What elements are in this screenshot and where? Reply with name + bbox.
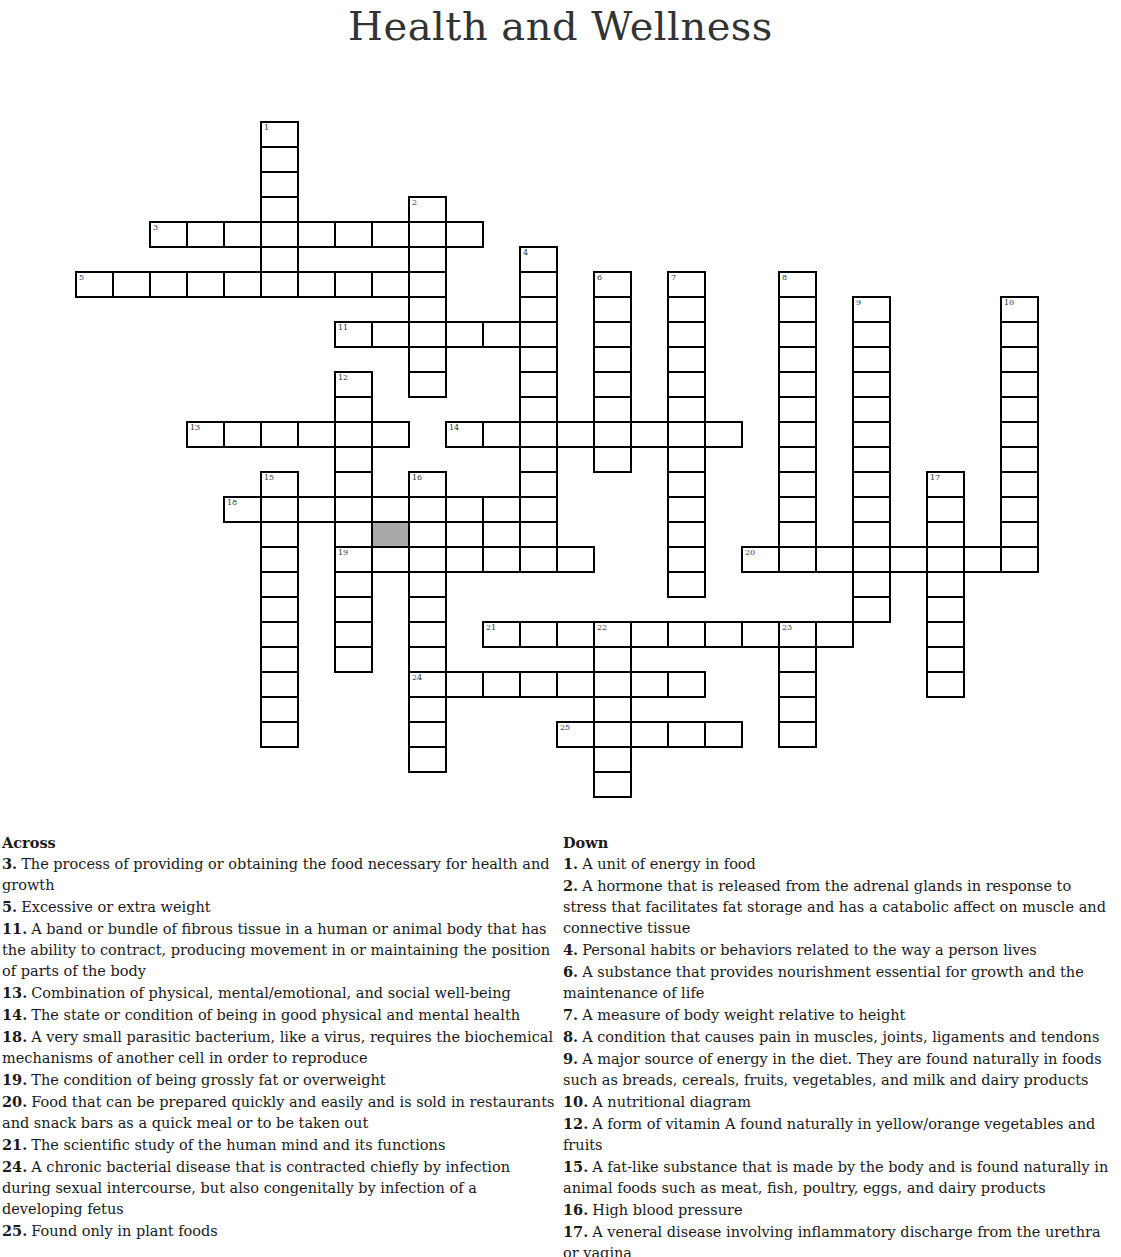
clue-text: A very small parasitic bacterium, like a… bbox=[2, 1029, 553, 1066]
grid-cell[interactable] bbox=[593, 321, 632, 348]
grid-cell[interactable] bbox=[963, 546, 1002, 573]
grid-cell[interactable] bbox=[334, 396, 373, 423]
shaded-cell[interactable] bbox=[371, 521, 410, 548]
grid-cell[interactable] bbox=[371, 421, 410, 448]
grid-cell[interactable] bbox=[408, 571, 447, 598]
clue-number: 3. bbox=[2, 855, 17, 872]
grid-cell[interactable] bbox=[778, 496, 817, 523]
grid-cell[interactable] bbox=[593, 696, 632, 723]
grid-cell[interactable] bbox=[1000, 471, 1039, 498]
grid-cell[interactable] bbox=[593, 371, 632, 398]
grid-cell[interactable] bbox=[408, 321, 447, 348]
grid-cell[interactable] bbox=[556, 546, 595, 573]
across-clues: Across 3.The process of providing or obt… bbox=[2, 832, 560, 1242]
clue-text: The scientific study of the human mind a… bbox=[31, 1137, 445, 1153]
grid-cell[interactable] bbox=[1000, 321, 1039, 348]
grid-cell[interactable]: 1 bbox=[260, 121, 299, 148]
crossword-page: Health and Wellness 12345678910111213141… bbox=[0, 0, 1121, 1257]
clue-number-label: 8 bbox=[782, 273, 787, 282]
grid-cell[interactable] bbox=[482, 421, 521, 448]
grid-cell[interactable] bbox=[482, 546, 521, 573]
grid-cell[interactable] bbox=[408, 346, 447, 373]
grid-cell[interactable] bbox=[630, 421, 669, 448]
grid-cell[interactable] bbox=[445, 321, 484, 348]
grid-cell[interactable] bbox=[926, 621, 965, 648]
grid-cell[interactable] bbox=[408, 596, 447, 623]
grid-cell[interactable] bbox=[519, 446, 558, 473]
clue-number-label: 4 bbox=[523, 248, 528, 257]
grid-cell[interactable] bbox=[519, 346, 558, 373]
grid-cell[interactable] bbox=[519, 296, 558, 323]
clue-text: A band or bundle of fibrous tissue in a … bbox=[2, 921, 550, 979]
grid-cell[interactable] bbox=[852, 446, 891, 473]
grid-cell[interactable]: 25 bbox=[556, 721, 595, 748]
grid-cell[interactable] bbox=[1000, 371, 1039, 398]
grid-cell[interactable] bbox=[667, 571, 706, 598]
grid-cell[interactable] bbox=[334, 271, 373, 298]
clue-across-25: 25.Found only in plant foods bbox=[2, 1220, 560, 1242]
grid-cell[interactable] bbox=[926, 596, 965, 623]
clue-across-3: 3.The process of providing or obtaining … bbox=[2, 853, 560, 896]
grid-cell[interactable]: 9 bbox=[852, 296, 891, 323]
grid-cell[interactable] bbox=[741, 621, 780, 648]
grid-cell[interactable] bbox=[667, 346, 706, 373]
grid-cell[interactable] bbox=[334, 446, 373, 473]
clue-number-label: 23 bbox=[782, 623, 792, 632]
clue-down-17: 17.A veneral disease involving inflammat… bbox=[563, 1221, 1119, 1257]
grid-cell[interactable] bbox=[445, 221, 484, 248]
grid-cell[interactable] bbox=[519, 521, 558, 548]
grid-cell[interactable] bbox=[593, 396, 632, 423]
grid-cell[interactable] bbox=[593, 746, 632, 773]
grid-cell[interactable] bbox=[704, 721, 743, 748]
grid-cell[interactable] bbox=[667, 671, 706, 698]
grid-cell[interactable] bbox=[630, 721, 669, 748]
clue-across-5: 5.Excessive or extra weight bbox=[2, 896, 560, 918]
clue-number: 7. bbox=[563, 1006, 578, 1023]
clue-number: 13. bbox=[2, 984, 27, 1001]
clue-down-2: 2.A hormone that is released from the ad… bbox=[563, 875, 1119, 939]
grid-cell[interactable] bbox=[519, 671, 558, 698]
grid-cell[interactable]: 6 bbox=[593, 271, 632, 298]
clue-down-1: 1.A unit of energy in food bbox=[563, 853, 1119, 875]
grid-cell[interactable] bbox=[667, 471, 706, 498]
clue-number: 14. bbox=[2, 1006, 27, 1023]
puzzle-title: Health and Wellness bbox=[0, 0, 1121, 49]
grid-cell[interactable] bbox=[556, 621, 595, 648]
grid-cell[interactable] bbox=[260, 621, 299, 648]
grid-cell[interactable] bbox=[223, 271, 262, 298]
clue-number: 8. bbox=[563, 1028, 578, 1045]
clue-number-label: 1 bbox=[264, 123, 269, 132]
grid-cell[interactable] bbox=[852, 371, 891, 398]
grid-cell[interactable] bbox=[408, 296, 447, 323]
crossword-grid: 1234567891011121314151617181920212223242… bbox=[75, 121, 1041, 800]
grid-cell[interactable] bbox=[852, 496, 891, 523]
grid-cell[interactable] bbox=[482, 321, 521, 348]
clue-number-label: 9 bbox=[856, 298, 861, 307]
grid-cell[interactable] bbox=[852, 346, 891, 373]
grid-cell[interactable] bbox=[593, 771, 632, 798]
grid-cell[interactable] bbox=[519, 546, 558, 573]
grid-cell[interactable]: 13 bbox=[186, 421, 225, 448]
grid-cell[interactable] bbox=[667, 296, 706, 323]
clue-number-label: 21 bbox=[486, 623, 496, 632]
clue-number-label: 3 bbox=[153, 223, 158, 232]
grid-cell[interactable] bbox=[852, 521, 891, 548]
grid-cell[interactable] bbox=[519, 271, 558, 298]
clue-number-label: 22 bbox=[597, 623, 607, 632]
grid-cell[interactable] bbox=[260, 496, 299, 523]
clue-text: A nutritional diagram bbox=[592, 1094, 751, 1110]
grid-cell[interactable] bbox=[297, 496, 336, 523]
clue-down-8: 8.A condition that causes pain in muscle… bbox=[563, 1026, 1119, 1048]
grid-cell[interactable] bbox=[630, 671, 669, 698]
grid-cell[interactable] bbox=[371, 496, 410, 523]
clue-text: The process of providing or obtaining th… bbox=[2, 856, 550, 893]
grid-cell[interactable] bbox=[593, 346, 632, 373]
grid-cell[interactable] bbox=[852, 546, 891, 573]
grid-cell[interactable] bbox=[371, 271, 410, 298]
grid-cell[interactable] bbox=[778, 396, 817, 423]
grid-cell[interactable]: 21 bbox=[482, 621, 521, 648]
clue-number-label: 24 bbox=[412, 673, 422, 682]
clue-number-label: 19 bbox=[338, 548, 348, 557]
clue-across-21: 21.The scientific study of the human min… bbox=[2, 1134, 560, 1156]
clue-number-label: 7 bbox=[671, 273, 676, 282]
grid-cell[interactable] bbox=[852, 596, 891, 623]
grid-cell[interactable] bbox=[1000, 346, 1039, 373]
grid-cell[interactable] bbox=[260, 546, 299, 573]
clue-number: 6. bbox=[563, 963, 578, 980]
clue-down-16: 16.High blood pressure bbox=[563, 1199, 1119, 1221]
grid-cell[interactable] bbox=[260, 596, 299, 623]
grid-cell[interactable] bbox=[408, 521, 447, 548]
clue-text: A major source of energy in the diet. Th… bbox=[563, 1051, 1102, 1088]
grid-cell[interactable] bbox=[667, 521, 706, 548]
grid-cell[interactable] bbox=[667, 396, 706, 423]
clue-text: A form of vitamin A found naturally in y… bbox=[563, 1116, 1095, 1153]
grid-cell[interactable] bbox=[297, 421, 336, 448]
clue-number-label: 18 bbox=[227, 498, 237, 507]
grid-cell[interactable]: 22 bbox=[593, 621, 632, 648]
clue-across-14: 14.The state or condition of being in go… bbox=[2, 1004, 560, 1026]
grid-cell[interactable] bbox=[334, 571, 373, 598]
grid-cell[interactable] bbox=[482, 496, 521, 523]
grid-cell[interactable] bbox=[852, 396, 891, 423]
grid-cell[interactable]: 24 bbox=[408, 671, 447, 698]
clue-number-label: 11 bbox=[338, 323, 348, 332]
clue-text: The condition of being grossly fat or ov… bbox=[31, 1072, 385, 1088]
grid-cell[interactable] bbox=[482, 521, 521, 548]
clue-number: 11. bbox=[2, 920, 27, 937]
grid-cell[interactable]: 16 bbox=[408, 471, 447, 498]
grid-cell[interactable] bbox=[260, 171, 299, 198]
grid-cell[interactable] bbox=[149, 271, 188, 298]
grid-cell[interactable] bbox=[926, 571, 965, 598]
clue-text: A unit of energy in food bbox=[582, 856, 756, 872]
grid-cell[interactable] bbox=[778, 321, 817, 348]
grid-cell[interactable] bbox=[852, 471, 891, 498]
grid-cell[interactable] bbox=[334, 496, 373, 523]
grid-cell[interactable] bbox=[556, 671, 595, 698]
grid-cell[interactable] bbox=[1000, 521, 1039, 548]
clue-across-24: 24.A chronic bacterial disease that is c… bbox=[2, 1156, 560, 1220]
grid-cell[interactable] bbox=[334, 521, 373, 548]
clue-text: Found only in plant foods bbox=[31, 1223, 218, 1239]
grid-cell[interactable] bbox=[260, 146, 299, 173]
grid-cell[interactable] bbox=[778, 721, 817, 748]
grid-cell[interactable] bbox=[667, 421, 706, 448]
grid-cell[interactable]: 3 bbox=[149, 221, 188, 248]
clue-number-label: 25 bbox=[560, 723, 570, 732]
grid-cell[interactable] bbox=[408, 696, 447, 723]
clue-number-label: 17 bbox=[930, 473, 940, 482]
grid-cell[interactable] bbox=[778, 471, 817, 498]
grid-cell[interactable] bbox=[852, 321, 891, 348]
grid-cell[interactable] bbox=[519, 496, 558, 523]
grid-cell[interactable] bbox=[667, 546, 706, 573]
clue-across-13: 13.Combination of physical, mental/emoti… bbox=[2, 982, 560, 1004]
down-clues: Down 1.A unit of energy in food 2.A horm… bbox=[563, 832, 1119, 1257]
grid-cell[interactable] bbox=[778, 521, 817, 548]
grid-cell[interactable] bbox=[593, 446, 632, 473]
grid-cell[interactable] bbox=[1000, 421, 1039, 448]
clue-number: 5. bbox=[2, 898, 17, 915]
grid-cell[interactable] bbox=[889, 546, 928, 573]
grid-cell[interactable] bbox=[260, 571, 299, 598]
clue-text: A chronic bacterial disease that is cont… bbox=[2, 1159, 510, 1217]
grid-cell[interactable] bbox=[260, 271, 299, 298]
grid-cell[interactable] bbox=[593, 421, 632, 448]
grid-cell[interactable] bbox=[260, 221, 299, 248]
grid-cell[interactable] bbox=[408, 371, 447, 398]
grid-cell[interactable]: 8 bbox=[778, 271, 817, 298]
down-header: Down bbox=[563, 832, 1119, 853]
grid-cell[interactable] bbox=[334, 596, 373, 623]
clue-down-10: 10.A nutritional diagram bbox=[563, 1091, 1119, 1113]
clue-number-label: 12 bbox=[338, 373, 348, 382]
grid-cell[interactable] bbox=[334, 646, 373, 673]
grid-cell[interactable]: 12 bbox=[334, 371, 373, 398]
grid-cell[interactable] bbox=[408, 721, 447, 748]
grid-cell[interactable] bbox=[408, 221, 447, 248]
grid-cell[interactable] bbox=[778, 696, 817, 723]
grid-cell[interactable]: 17 bbox=[926, 471, 965, 498]
grid-cell[interactable] bbox=[445, 546, 484, 573]
grid-cell[interactable] bbox=[556, 421, 595, 448]
clue-number: 10. bbox=[563, 1093, 588, 1110]
grid-cell[interactable] bbox=[186, 271, 225, 298]
grid-cell[interactable] bbox=[630, 621, 669, 648]
grid-cell[interactable] bbox=[815, 621, 854, 648]
grid-cell[interactable] bbox=[408, 496, 447, 523]
grid-cell[interactable] bbox=[519, 471, 558, 498]
clue-number: 21. bbox=[2, 1136, 27, 1153]
clue-number-label: 13 bbox=[190, 423, 200, 432]
grid-cell[interactable] bbox=[519, 421, 558, 448]
clue-number: 16. bbox=[563, 1201, 588, 1218]
clue-number: 1. bbox=[563, 855, 578, 872]
clue-number: 2. bbox=[563, 877, 578, 894]
grid-cell[interactable] bbox=[667, 371, 706, 398]
grid-cell[interactable] bbox=[519, 621, 558, 648]
grid-cell[interactable]: 19 bbox=[334, 546, 373, 573]
clue-text: Personal habits or behaviors related to … bbox=[582, 942, 1037, 958]
clue-down-15: 15.A fat-like substance that is made by … bbox=[563, 1156, 1119, 1199]
grid-cell[interactable] bbox=[667, 621, 706, 648]
clue-number: 15. bbox=[563, 1158, 588, 1175]
grid-cell[interactable] bbox=[1000, 396, 1039, 423]
grid-cell[interactable] bbox=[593, 646, 632, 673]
clue-number-label: 20 bbox=[745, 548, 755, 557]
grid-cell[interactable] bbox=[519, 321, 558, 348]
clue-number: 18. bbox=[2, 1028, 27, 1045]
grid-cell[interactable] bbox=[371, 546, 410, 573]
grid-cell[interactable] bbox=[334, 421, 373, 448]
grid-cell[interactable]: 14 bbox=[445, 421, 484, 448]
grid-cell[interactable] bbox=[371, 321, 410, 348]
clue-across-11: 11.A band or bundle of fibrous tissue in… bbox=[2, 918, 560, 982]
grid-cell[interactable] bbox=[667, 496, 706, 523]
grid-cell[interactable] bbox=[223, 221, 262, 248]
clue-text: High blood pressure bbox=[592, 1202, 742, 1218]
grid-cell[interactable] bbox=[593, 671, 632, 698]
clue-across-19: 19.The condition of being grossly fat or… bbox=[2, 1069, 560, 1091]
clue-across-18: 18.A very small parasitic bacterium, lik… bbox=[2, 1026, 560, 1069]
grid-cell[interactable] bbox=[445, 671, 484, 698]
grid-cell[interactable] bbox=[667, 446, 706, 473]
grid-cell[interactable] bbox=[852, 421, 891, 448]
grid-cell[interactable] bbox=[667, 721, 706, 748]
grid-cell[interactable] bbox=[371, 221, 410, 248]
grid-cell[interactable] bbox=[334, 621, 373, 648]
grid-cell[interactable] bbox=[260, 696, 299, 723]
grid-cell[interactable] bbox=[260, 421, 299, 448]
grid-cell[interactable]: 10 bbox=[1000, 296, 1039, 323]
grid-cell[interactable]: 5 bbox=[75, 271, 114, 298]
grid-cell[interactable] bbox=[1000, 546, 1039, 573]
grid-cell[interactable] bbox=[186, 221, 225, 248]
clue-number: 20. bbox=[2, 1093, 27, 1110]
grid-cell[interactable] bbox=[926, 671, 965, 698]
grid-cell[interactable] bbox=[778, 671, 817, 698]
grid-cell[interactable]: 4 bbox=[519, 246, 558, 273]
grid-cell[interactable] bbox=[519, 396, 558, 423]
grid-cell[interactable] bbox=[519, 371, 558, 398]
grid-cell[interactable] bbox=[852, 571, 891, 598]
clue-text: Combination of physical, mental/emotiona… bbox=[31, 985, 511, 1001]
clue-text: A fat-like substance that is made by the… bbox=[563, 1159, 1108, 1196]
grid-cell[interactable] bbox=[408, 646, 447, 673]
grid-cell[interactable]: 23 bbox=[778, 621, 817, 648]
grid-cell[interactable] bbox=[667, 321, 706, 348]
grid-cell[interactable] bbox=[408, 621, 447, 648]
grid-cell[interactable] bbox=[260, 671, 299, 698]
clue-number: 25. bbox=[2, 1222, 27, 1239]
grid-cell[interactable] bbox=[926, 521, 965, 548]
grid-cell[interactable] bbox=[260, 196, 299, 223]
clue-number: 19. bbox=[2, 1071, 27, 1088]
grid-cell[interactable] bbox=[593, 296, 632, 323]
grid-cell[interactable] bbox=[223, 421, 262, 448]
grid-cell[interactable] bbox=[408, 271, 447, 298]
grid-cell[interactable] bbox=[1000, 446, 1039, 473]
clue-number-label: 14 bbox=[449, 423, 459, 432]
grid-cell[interactable] bbox=[408, 546, 447, 573]
grid-cell[interactable] bbox=[926, 496, 965, 523]
across-header: Across bbox=[2, 832, 560, 853]
clue-number: 24. bbox=[2, 1158, 27, 1175]
clue-text: A hormone that is released from the adre… bbox=[563, 878, 1106, 936]
grid-cell[interactable] bbox=[778, 296, 817, 323]
grid-cell[interactable] bbox=[926, 546, 965, 573]
clue-down-4: 4.Personal habits or behaviors related t… bbox=[563, 939, 1119, 961]
grid-cell[interactable] bbox=[334, 471, 373, 498]
grid-cell[interactable]: 2 bbox=[408, 196, 447, 223]
clue-number-label: 5 bbox=[79, 273, 84, 282]
grid-cell[interactable] bbox=[445, 496, 484, 523]
grid-cell[interactable] bbox=[1000, 496, 1039, 523]
grid-cell[interactable] bbox=[778, 346, 817, 373]
clue-down-12: 12.A form of vitamin A found naturally i… bbox=[563, 1113, 1119, 1156]
clue-down-9: 9.A major source of energy in the diet. … bbox=[563, 1048, 1119, 1091]
clue-number: 4. bbox=[563, 941, 578, 958]
clue-number-label: 16 bbox=[412, 473, 422, 482]
grid-cell[interactable] bbox=[482, 671, 521, 698]
grid-cell[interactable] bbox=[815, 546, 854, 573]
grid-cell[interactable] bbox=[926, 646, 965, 673]
clue-text: A substance that provides nourishment es… bbox=[563, 964, 1084, 1001]
clue-down-7: 7.A measure of body weight relative to h… bbox=[563, 1004, 1119, 1026]
grid-cell[interactable] bbox=[260, 721, 299, 748]
grid-cell[interactable] bbox=[260, 246, 299, 273]
clue-down-6: 6.A substance that provides nourishment … bbox=[563, 961, 1119, 1004]
grid-cell[interactable] bbox=[445, 521, 484, 548]
clue-text: A measure of body weight relative to hei… bbox=[582, 1007, 905, 1023]
clue-text: A veneral disease involving inflammatory… bbox=[563, 1224, 1101, 1257]
grid-cell[interactable]: 20 bbox=[741, 546, 780, 573]
grid-cell[interactable] bbox=[260, 521, 299, 548]
grid-cell[interactable] bbox=[704, 421, 743, 448]
grid-cell[interactable] bbox=[297, 221, 336, 248]
grid-cell[interactable] bbox=[260, 646, 299, 673]
grid-cell[interactable]: 7 bbox=[667, 271, 706, 298]
grid-cell[interactable] bbox=[334, 221, 373, 248]
grid-cell[interactable] bbox=[778, 546, 817, 573]
grid-cell[interactable] bbox=[778, 421, 817, 448]
grid-cell[interactable] bbox=[778, 446, 817, 473]
grid-cell[interactable] bbox=[593, 721, 632, 748]
grid-cell[interactable] bbox=[778, 371, 817, 398]
grid-cell[interactable] bbox=[297, 271, 336, 298]
grid-cell[interactable] bbox=[778, 646, 817, 673]
clue-number-label: 15 bbox=[264, 473, 274, 482]
clue-text: A condition that causes pain in muscles,… bbox=[582, 1029, 1099, 1045]
grid-cell[interactable] bbox=[704, 621, 743, 648]
grid-cell[interactable]: 18 bbox=[223, 496, 262, 523]
grid-cell[interactable] bbox=[408, 246, 447, 273]
clue-text: The state or condition of being in good … bbox=[31, 1007, 520, 1023]
clue-across-20: 20.Food that can be prepared quickly and… bbox=[2, 1091, 560, 1134]
grid-cell[interactable]: 15 bbox=[260, 471, 299, 498]
clue-number: 17. bbox=[563, 1223, 588, 1240]
clue-number-label: 6 bbox=[597, 273, 602, 282]
grid-cell[interactable] bbox=[112, 271, 151, 298]
grid-cell[interactable] bbox=[408, 746, 447, 773]
clue-number-label: 2 bbox=[412, 198, 417, 207]
grid-cell[interactable]: 11 bbox=[334, 321, 373, 348]
